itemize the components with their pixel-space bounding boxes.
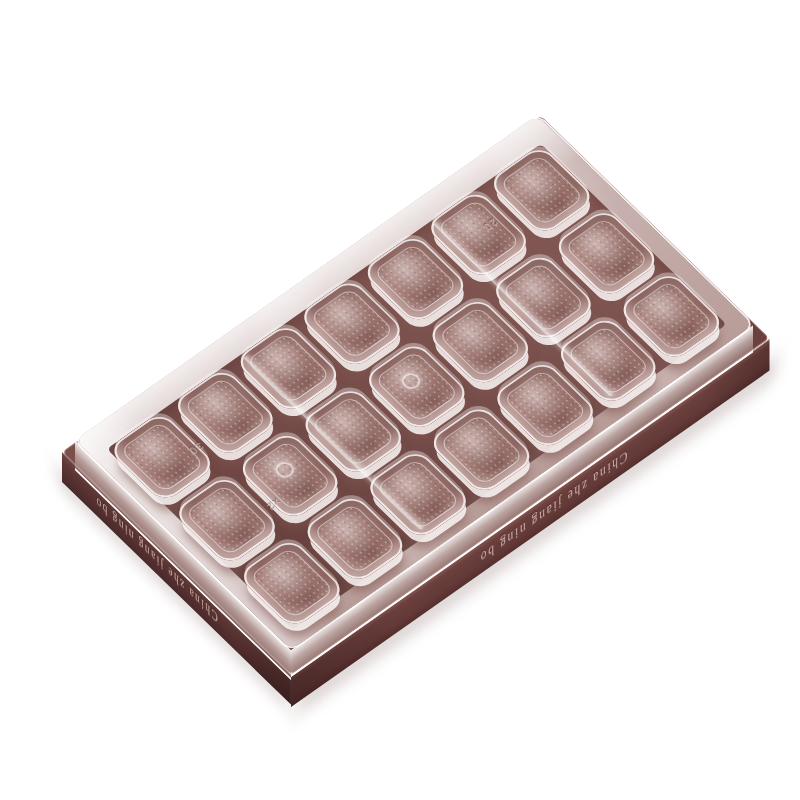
injection-ring-mark xyxy=(398,370,424,392)
product-photo-scene: China zhe jiang ning bo China zhe jiang … xyxy=(0,0,800,800)
injection-ring-mark xyxy=(271,459,297,481)
